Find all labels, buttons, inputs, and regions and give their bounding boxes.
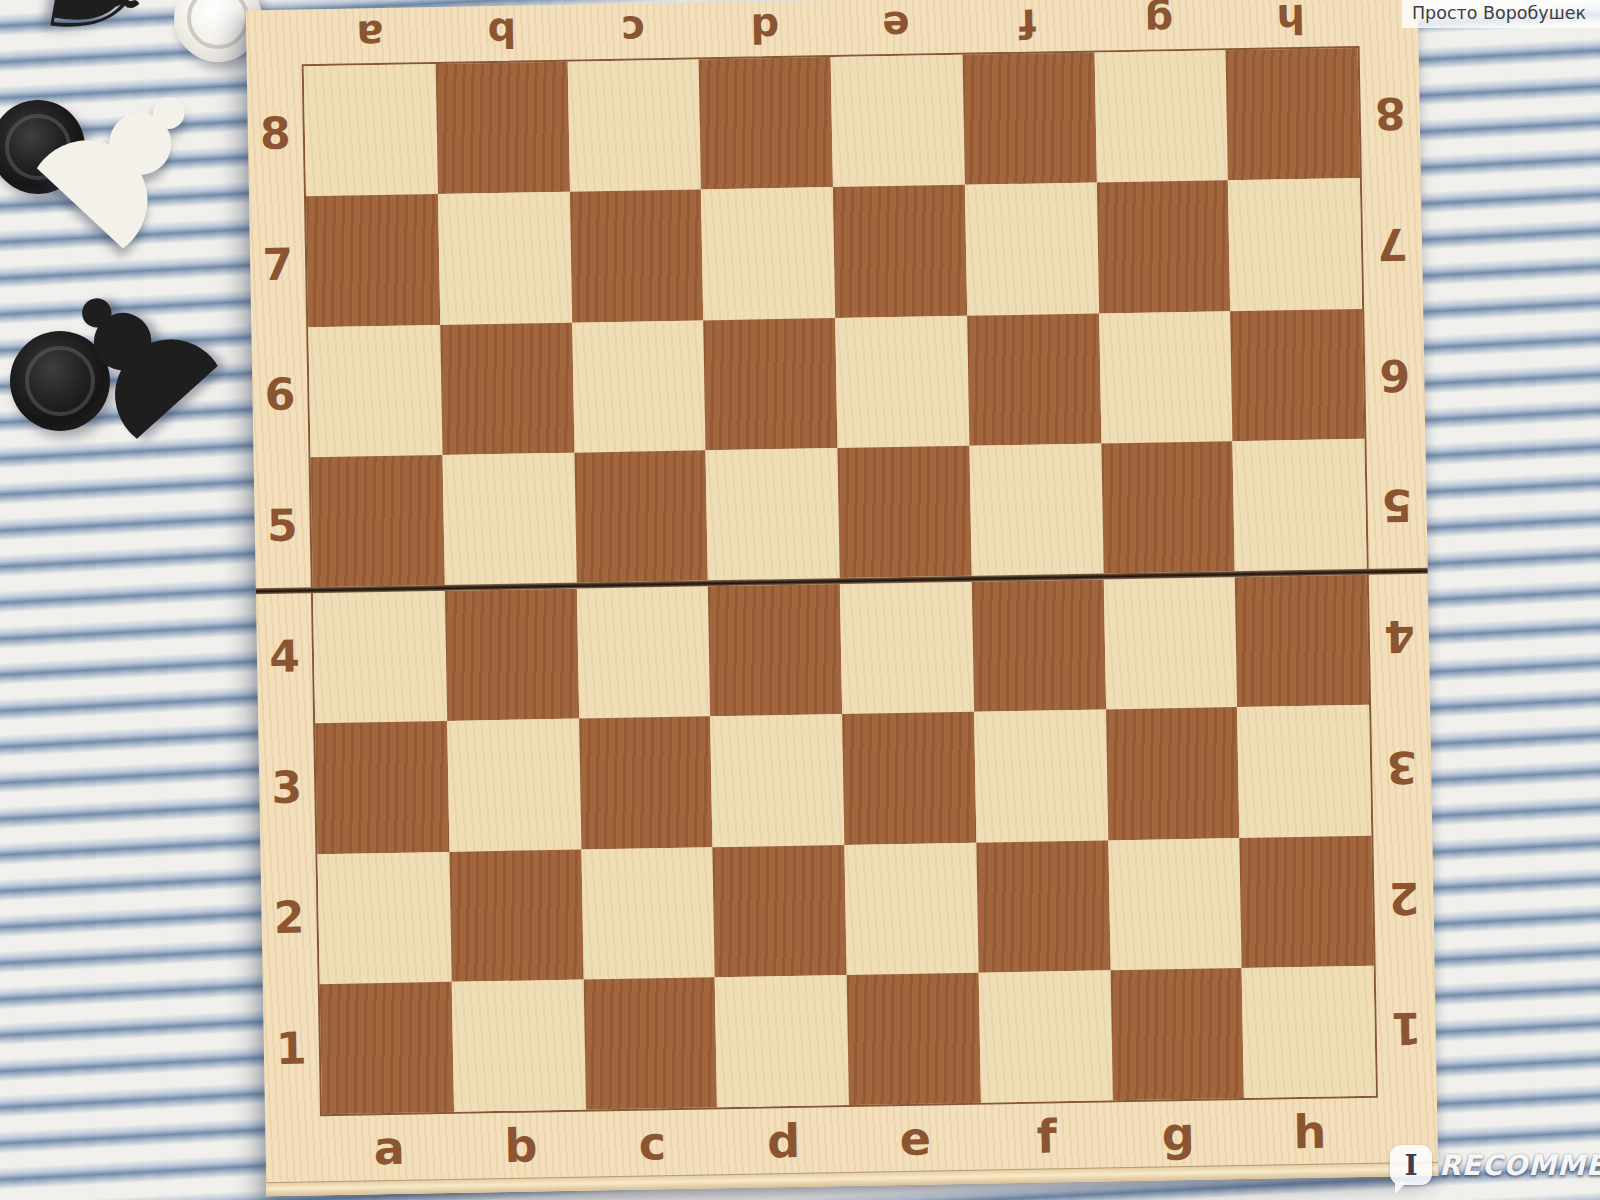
- coordinate-label-4: 4: [256, 590, 313, 722]
- coordinate-label-f: f: [981, 1107, 1113, 1165]
- square-c8[interactable]: [567, 59, 701, 192]
- square-d5[interactable]: [706, 448, 840, 581]
- square-a2[interactable]: [317, 851, 451, 984]
- square-e5[interactable]: [837, 446, 971, 579]
- coordinate-label-2: 2: [260, 852, 317, 984]
- square-a8[interactable]: [304, 64, 438, 197]
- square-d6[interactable]: [703, 318, 837, 451]
- coordinate-label-c: c: [567, 4, 699, 56]
- coordinate-label-b: b: [435, 7, 567, 59]
- coordinate-label-1: 1: [1376, 963, 1437, 1095]
- square-g7[interactable]: [1096, 180, 1230, 313]
- coordinate-label-6: 6: [1364, 309, 1425, 441]
- square-c3[interactable]: [579, 717, 713, 850]
- coordinate-label-f: f: [961, 0, 1093, 50]
- coordinate-label-d: d: [718, 1112, 850, 1170]
- piece-base-ring: [187, 0, 249, 49]
- square-h5[interactable]: [1233, 439, 1367, 572]
- square-h4[interactable]: [1235, 575, 1369, 708]
- square-f7[interactable]: [965, 183, 1099, 316]
- coordinate-label-e: e: [849, 1110, 981, 1168]
- coordinate-label-h: h: [1243, 1103, 1375, 1161]
- square-a7[interactable]: [306, 194, 440, 327]
- coordinate-label-d: d: [698, 2, 830, 54]
- coordinate-label-g: g: [1093, 0, 1225, 48]
- coordinate-label-7: 7: [249, 198, 306, 330]
- watermark-bottom-right: I RECOMMEND.RU: [1390, 1145, 1600, 1185]
- square-b1[interactable]: [451, 979, 585, 1112]
- square-b7[interactable]: [438, 192, 572, 325]
- coordinate-label-h: h: [1224, 0, 1356, 45]
- square-f5[interactable]: [969, 443, 1103, 576]
- square-c6[interactable]: [572, 320, 706, 453]
- coordinate-label-g: g: [1112, 1105, 1244, 1163]
- coordinate-label-a: a: [304, 9, 436, 61]
- square-d3[interactable]: [710, 714, 844, 847]
- square-g3[interactable]: [1106, 707, 1240, 840]
- square-h6[interactable]: [1230, 308, 1364, 441]
- square-h8[interactable]: [1226, 48, 1360, 181]
- square-c7[interactable]: [569, 190, 703, 323]
- square-b3[interactable]: [447, 719, 581, 852]
- coordinate-label-3: 3: [1371, 702, 1432, 834]
- coordinate-label-a: a: [323, 1119, 455, 1177]
- square-b5[interactable]: [442, 452, 576, 585]
- square-g4[interactable]: [1103, 577, 1237, 710]
- square-e4[interactable]: [840, 582, 974, 715]
- square-f6[interactable]: [967, 313, 1101, 446]
- coordinate-label-5: 5: [1366, 440, 1427, 572]
- square-c1[interactable]: [583, 977, 717, 1110]
- square-f8[interactable]: [962, 53, 1096, 186]
- square-e2[interactable]: [844, 842, 978, 975]
- square-e3[interactable]: [842, 712, 976, 845]
- pushpin-icon: I: [1404, 1149, 1417, 1182]
- coordinate-label-4: 4: [1369, 571, 1430, 703]
- square-d1[interactable]: [715, 975, 849, 1108]
- square-b4[interactable]: [445, 589, 579, 722]
- square-f2[interactable]: [976, 840, 1110, 973]
- square-g6[interactable]: [1099, 311, 1233, 444]
- square-d4[interactable]: [708, 584, 842, 717]
- square-g5[interactable]: [1101, 441, 1235, 574]
- coordinate-label-c: c: [586, 1114, 718, 1172]
- square-e7[interactable]: [833, 185, 967, 318]
- square-h1[interactable]: [1242, 966, 1376, 1099]
- square-g1[interactable]: [1110, 968, 1244, 1101]
- square-f3[interactable]: [974, 710, 1108, 843]
- square-d8[interactable]: [699, 57, 833, 190]
- square-a1[interactable]: [320, 982, 454, 1115]
- square-b6[interactable]: [440, 322, 574, 455]
- coordinate-label-5: 5: [254, 460, 311, 592]
- coordinate-label-6: 6: [251, 329, 308, 461]
- irecommend-bubble-icon: I: [1390, 1145, 1432, 1185]
- board-half-top: [304, 48, 1367, 587]
- chess-board: abcdefgh 87654321 87654321 abcdefgh: [246, 0, 1439, 1196]
- square-h3[interactable]: [1237, 705, 1371, 838]
- square-e1[interactable]: [847, 972, 981, 1105]
- coordinate-label-7: 7: [1362, 179, 1423, 311]
- watermark-bottom-text: RECOMMEND.RU: [1439, 1149, 1600, 1182]
- coordinate-label-8: 8: [247, 67, 304, 199]
- square-a3[interactable]: [315, 721, 449, 854]
- coordinate-label-b: b: [455, 1117, 587, 1175]
- square-d2[interactable]: [713, 844, 847, 977]
- square-b8[interactable]: [435, 62, 569, 195]
- square-f4[interactable]: [972, 579, 1106, 712]
- square-c4[interactable]: [576, 586, 710, 719]
- coordinate-label-3: 3: [258, 721, 315, 853]
- coordinate-label-1: 1: [263, 982, 320, 1114]
- square-a5[interactable]: [311, 455, 445, 588]
- square-c2[interactable]: [581, 847, 715, 980]
- square-c5[interactable]: [574, 450, 708, 583]
- square-g2[interactable]: [1108, 838, 1242, 971]
- coordinate-label-e: e: [830, 0, 962, 52]
- square-h7[interactable]: [1228, 178, 1362, 311]
- square-a6[interactable]: [308, 324, 442, 457]
- board-half-bottom: [313, 575, 1376, 1114]
- file-labels-bottom: abcdefgh: [323, 1103, 1376, 1177]
- square-f1[interactable]: [978, 970, 1112, 1103]
- square-e8[interactable]: [831, 55, 965, 188]
- square-g8[interactable]: [1094, 50, 1228, 183]
- watermark-top-right: Просто Воробушек: [1402, 0, 1600, 28]
- square-h2[interactable]: [1240, 835, 1374, 968]
- square-b2[interactable]: [449, 849, 583, 982]
- coordinate-label-8: 8: [1360, 48, 1421, 180]
- square-d7[interactable]: [701, 187, 835, 320]
- black-pawn-lying[interactable]: ♟: [11, 231, 258, 479]
- square-e6[interactable]: [835, 315, 969, 448]
- square-a4[interactable]: [313, 591, 447, 724]
- coordinate-label-2: 2: [1373, 832, 1434, 964]
